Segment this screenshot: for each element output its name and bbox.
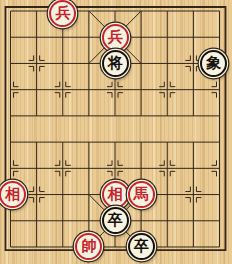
piece-red-soldier-2[interactable]: 兵	[102, 24, 129, 51]
piece-red-elephant-2[interactable]: 相	[102, 181, 129, 208]
piece-black-general[interactable]: 将	[102, 50, 129, 77]
piece-black-soldier-2[interactable]: 卒	[128, 233, 155, 260]
piece-red-elephant-1[interactable]: 相	[0, 181, 26, 208]
piece-red-soldier-1[interactable]: 兵	[49, 0, 76, 27]
piece-black-soldier-1[interactable]: 卒	[102, 207, 129, 234]
piece-black-elephant[interactable]: 象	[200, 50, 227, 77]
xiangqi-board[interactable]: 兵兵将象相相馬卒帥卒	[0, 0, 232, 264]
piece-red-horse[interactable]: 馬	[128, 181, 155, 208]
